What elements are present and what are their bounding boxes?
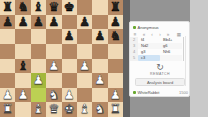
square-e3[interactable]	[62, 73, 77, 88]
square-g3[interactable]: ♟	[92, 73, 107, 88]
last-move-icon[interactable]: »	[164, 32, 172, 37]
square-f3[interactable]	[77, 73, 92, 88]
square-h8[interactable]: ♜	[108, 0, 123, 15]
move-number: 5	[130, 55, 138, 61]
square-d6[interactable]	[46, 29, 61, 44]
square-a6[interactable]	[0, 29, 15, 44]
square-e8[interactable]: ♚	[62, 0, 77, 15]
square-e2[interactable]: ♟	[62, 88, 77, 103]
square-g1[interactable]: ♞	[92, 102, 107, 117]
move-row: 5c3	[130, 55, 182, 61]
square-a5[interactable]	[0, 44, 15, 59]
white-rook[interactable]: ♜	[0, 102, 15, 117]
rematch-button[interactable]: ↻ REMATCH	[130, 62, 190, 77]
square-h4[interactable]	[108, 59, 123, 74]
white-knight[interactable]: ♞	[46, 88, 61, 103]
square-a3[interactable]	[0, 73, 15, 88]
black-rook[interactable]: ♜	[108, 0, 123, 15]
black-pawn[interactable]: ♟	[77, 15, 92, 30]
square-f7[interactable]: ♟	[77, 15, 92, 30]
rematch-icon: ↻	[130, 62, 190, 72]
white-pawn[interactable]: ♟	[108, 88, 123, 103]
white-king[interactable]: ♚	[62, 102, 77, 117]
black-rook[interactable]: ♜	[0, 0, 15, 15]
move-black[interactable]	[160, 55, 182, 61]
move-controls: ≡ « ‹ › » ▦	[130, 32, 187, 37]
black-queen[interactable]: ♛	[46, 0, 61, 15]
square-f4[interactable]: ♟	[77, 59, 92, 74]
game-side-panel: Anonymous ≡ « ‹ › » ▦ 2f4Bb4+3Nd2g64g3Nh…	[129, 21, 190, 97]
white-knight[interactable]: ♞	[92, 102, 107, 117]
white-pawn[interactable]: ♟	[15, 88, 30, 103]
top-player-row: Anonymous	[133, 25, 159, 30]
white-rook[interactable]: ♜	[108, 102, 123, 117]
online-indicator-icon	[133, 26, 136, 29]
square-c7[interactable]: ♟	[31, 15, 46, 30]
square-e1[interactable]: ♚	[62, 102, 77, 117]
white-pawn[interactable]: ♟	[31, 73, 46, 88]
white-queen[interactable]: ♛	[46, 102, 61, 117]
white-bishop[interactable]: ♝	[31, 102, 46, 117]
white-pawn[interactable]: ♟	[62, 88, 77, 103]
square-d7[interactable]: ♟	[46, 15, 61, 30]
square-e6[interactable]: ♟	[62, 29, 77, 44]
square-b6[interactable]	[15, 29, 30, 44]
analysis-icon[interactable]: ▦	[174, 32, 184, 37]
page-background-strip	[190, 0, 208, 117]
square-c4[interactable]	[31, 59, 46, 74]
square-c5[interactable]	[31, 44, 46, 59]
black-knight[interactable]: ♞	[108, 29, 123, 44]
square-d1[interactable]: ♛	[46, 102, 61, 117]
rematch-label: REMATCH	[130, 72, 190, 76]
square-d4[interactable]: ♟	[46, 59, 61, 74]
move-list: 2f4Bb4+3Nd2g64g3Nh65c3	[130, 37, 182, 61]
square-g5[interactable]	[92, 44, 107, 59]
square-b7[interactable]: ♟	[15, 15, 30, 30]
square-a7[interactable]: ♟	[0, 15, 15, 30]
square-c6[interactable]	[31, 29, 46, 44]
square-b3[interactable]	[15, 73, 30, 88]
black-bishop[interactable]: ♝	[15, 59, 30, 74]
square-b4[interactable]: ♝	[15, 59, 30, 74]
square-b8[interactable]: ♞	[15, 0, 30, 15]
white-pawn[interactable]: ♟	[46, 59, 61, 74]
top-player-name[interactable]: Anonymous	[138, 25, 159, 30]
square-c2[interactable]	[31, 88, 46, 103]
bottom-player-rating: 1500	[179, 90, 188, 95]
square-b1[interactable]	[15, 102, 30, 117]
online-indicator-icon	[133, 91, 136, 94]
square-f6[interactable]	[77, 29, 92, 44]
black-king[interactable]: ♚	[62, 0, 77, 15]
square-a8[interactable]: ♜	[0, 0, 15, 15]
bottom-player-row: WhiteRabbit 1500	[133, 90, 188, 95]
black-pawn[interactable]: ♟	[15, 15, 30, 30]
black-pawn[interactable]: ♟	[92, 29, 107, 44]
square-a4[interactable]	[0, 59, 15, 74]
square-a1[interactable]: ♜	[0, 102, 15, 117]
previous-move-icon[interactable]: ‹	[148, 32, 156, 37]
square-f8[interactable]	[77, 0, 92, 15]
menu-icon[interactable]: ≡	[130, 32, 140, 37]
white-pawn[interactable]: ♟	[92, 73, 107, 88]
square-d8[interactable]: ♛	[46, 0, 61, 15]
square-e5[interactable]	[62, 44, 77, 59]
chess-board: ♜♞♝♛♚♜♟♟♟♟♟♟♟♟♞♝♟♟♟♟♟♟♞♟♟♜♝♛♚♝♞♜	[0, 0, 123, 117]
black-pawn[interactable]: ♟	[62, 29, 77, 44]
analysis-board-button[interactable]: Analysis board	[135, 78, 185, 86]
square-d5[interactable]	[46, 44, 61, 59]
app-window: ♜♞♝♛♚♜♟♟♟♟♟♟♟♟♞♝♟♟♟♟♟♟♞♟♟♜♝♛♚♝♞♜ Anonymo…	[0, 0, 208, 117]
square-f2[interactable]	[77, 88, 92, 103]
square-g6[interactable]: ♟	[92, 29, 107, 44]
bottom-player-name[interactable]: WhiteRabbit	[138, 90, 160, 95]
white-pawn[interactable]: ♟	[77, 59, 92, 74]
next-move-icon[interactable]: ›	[156, 32, 164, 37]
black-pawn[interactable]: ♟	[46, 15, 61, 30]
square-d3[interactable]	[46, 73, 61, 88]
first-move-icon[interactable]: «	[140, 32, 148, 37]
square-d2[interactable]: ♞	[46, 88, 61, 103]
square-h5[interactable]	[108, 44, 123, 59]
square-c3[interactable]: ♟	[31, 73, 46, 88]
move-white[interactable]: c3	[138, 55, 160, 61]
square-h3[interactable]	[108, 73, 123, 88]
square-e4[interactable]	[62, 59, 77, 74]
square-h2[interactable]: ♟	[108, 88, 123, 103]
square-c1[interactable]: ♝	[31, 102, 46, 117]
square-f1[interactable]: ♝	[77, 102, 92, 117]
square-g2[interactable]	[92, 88, 107, 103]
square-f5[interactable]	[77, 44, 92, 59]
square-b2[interactable]: ♟	[15, 88, 30, 103]
square-g4[interactable]	[92, 59, 107, 74]
square-b5[interactable]	[15, 44, 30, 59]
square-h1[interactable]: ♜	[108, 102, 123, 117]
black-knight[interactable]: ♞	[15, 0, 30, 15]
black-bishop[interactable]: ♝	[31, 0, 46, 15]
square-h6[interactable]: ♞	[108, 29, 123, 44]
black-pawn[interactable]: ♟	[0, 15, 15, 30]
square-c8[interactable]: ♝	[31, 0, 46, 15]
black-pawn[interactable]: ♟	[31, 15, 46, 30]
white-bishop[interactable]: ♝	[77, 102, 92, 117]
white-pawn[interactable]: ♟	[0, 88, 15, 103]
square-a2[interactable]: ♟	[0, 88, 15, 103]
square-g8[interactable]	[92, 0, 107, 15]
